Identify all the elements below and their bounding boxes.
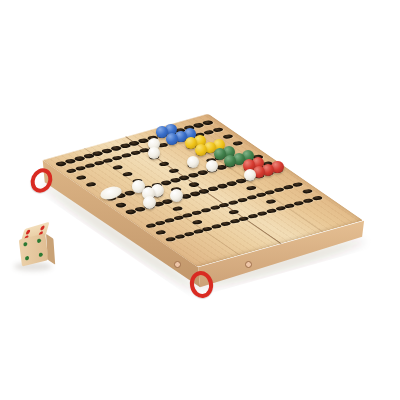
wooden-die[interactable] xyxy=(16,223,61,274)
die-pip xyxy=(39,252,43,257)
clasp-pin xyxy=(174,261,181,268)
die-pip xyxy=(25,256,29,261)
die-pip xyxy=(23,242,27,247)
die-pip xyxy=(37,238,41,243)
die-front-face xyxy=(19,233,49,266)
product-photo-scene xyxy=(0,0,400,400)
